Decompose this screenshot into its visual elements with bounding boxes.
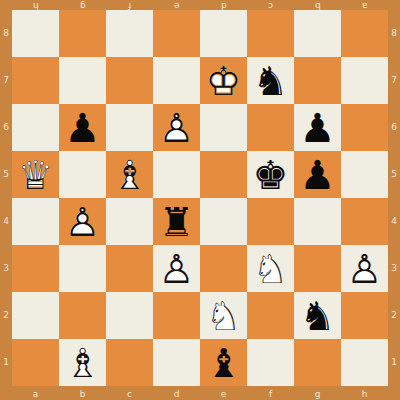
rotated-file-letter: e — [174, 1, 180, 10]
square-b5[interactable] — [59, 151, 106, 198]
square-f5[interactable]: ♚ — [247, 151, 294, 198]
square-c2[interactable] — [106, 292, 153, 339]
square-a6[interactable] — [12, 104, 59, 151]
black-piece-glyph: ♜ — [153, 198, 200, 245]
left-rank-label-2: 2 — [0, 292, 12, 339]
square-e2[interactable]: ♞♘ — [200, 292, 247, 339]
square-e5[interactable] — [200, 151, 247, 198]
square-c4[interactable] — [106, 198, 153, 245]
square-h6[interactable] — [341, 104, 388, 151]
square-d3[interactable]: ♟♙ — [153, 245, 200, 292]
square-f6[interactable] — [247, 104, 294, 151]
white-piece-outline-glyph: ♙ — [153, 104, 200, 151]
white-bishop[interactable]: ♝♗ — [106, 151, 153, 198]
black-piece-glyph: ♞ — [247, 57, 294, 104]
square-f2[interactable] — [247, 292, 294, 339]
black-piece-glyph: ♚ — [247, 151, 294, 198]
square-f7[interactable]: ♞ — [247, 57, 294, 104]
right-rank-label-8: 8 — [388, 10, 400, 57]
square-b4[interactable]: ♟♙ — [59, 198, 106, 245]
bottom-file-label-g: g — [294, 388, 341, 400]
square-b8[interactable] — [59, 10, 106, 57]
black-piece-glyph: ♟ — [59, 104, 106, 151]
square-f4[interactable] — [247, 198, 294, 245]
chess-board-frame: ♚♔♞♟♟♙♟♛♕♝♗♚♟♟♙♜♟♙♞♘♟♙♞♘♞♝♗♝ hagbfceddec… — [0, 0, 400, 400]
left-rank-label-1: 1 — [0, 339, 12, 386]
black-knight[interactable]: ♞ — [294, 292, 341, 339]
square-c5[interactable]: ♝♗ — [106, 151, 153, 198]
rotated-file-letter: d — [221, 1, 227, 10]
square-b6[interactable]: ♟ — [59, 104, 106, 151]
left-rank-label-6: 6 — [0, 104, 12, 151]
square-a7[interactable] — [12, 57, 59, 104]
square-d2[interactable] — [153, 292, 200, 339]
square-c1[interactable] — [106, 339, 153, 386]
square-h7[interactable] — [341, 57, 388, 104]
black-piece-glyph: ♟ — [294, 104, 341, 151]
white-piece-outline-glyph: ♔ — [200, 57, 247, 104]
left-rank-label-7: 7 — [0, 57, 12, 104]
square-g1[interactable] — [294, 339, 341, 386]
square-g5[interactable]: ♟ — [294, 151, 341, 198]
right-rank-label-1: 1 — [388, 339, 400, 386]
rotated-file-letter: a — [362, 1, 368, 10]
right-rank-label-7: 7 — [388, 57, 400, 104]
white-pawn[interactable]: ♟♙ — [153, 104, 200, 151]
square-c8[interactable] — [106, 10, 153, 57]
white-piece-outline-glyph: ♕ — [12, 151, 59, 198]
square-a4[interactable] — [12, 198, 59, 245]
bottom-file-label-f: f — [247, 388, 294, 400]
white-piece-outline-glyph: ♙ — [59, 198, 106, 245]
left-rank-label-5: 5 — [0, 151, 12, 198]
rotated-file-letter: g — [80, 1, 86, 10]
white-piece-outline-glyph: ♗ — [59, 339, 106, 386]
top-file-label-a: a — [341, 0, 388, 10]
square-b3[interactable] — [59, 245, 106, 292]
black-piece-glyph: ♝ — [200, 339, 247, 386]
square-e8[interactable] — [200, 10, 247, 57]
rotated-file-letter: c — [268, 1, 273, 10]
square-c7[interactable] — [106, 57, 153, 104]
square-b2[interactable] — [59, 292, 106, 339]
top-file-label-d: d — [200, 0, 247, 10]
black-pawn[interactable]: ♟ — [294, 104, 341, 151]
white-queen[interactable]: ♛♕ — [12, 151, 59, 198]
white-pawn[interactable]: ♟♙ — [341, 245, 388, 292]
square-f8[interactable] — [247, 10, 294, 57]
white-piece-outline-glyph: ♘ — [247, 245, 294, 292]
top-file-label-e: e — [153, 0, 200, 10]
rotated-file-letter: b — [315, 1, 321, 10]
white-piece-outline-glyph: ♗ — [106, 151, 153, 198]
bottom-file-label-a: a — [12, 388, 59, 400]
square-b1[interactable]: ♝♗ — [59, 339, 106, 386]
square-a1[interactable] — [12, 339, 59, 386]
black-bishop[interactable]: ♝ — [200, 339, 247, 386]
bottom-file-label-c: c — [106, 388, 153, 400]
bottom-file-label-d: d — [153, 388, 200, 400]
white-piece-outline-glyph: ♙ — [153, 245, 200, 292]
white-king[interactable]: ♚♔ — [200, 57, 247, 104]
square-d5[interactable] — [153, 151, 200, 198]
left-rank-label-4: 4 — [0, 198, 12, 245]
square-f1[interactable] — [247, 339, 294, 386]
square-e4[interactable] — [200, 198, 247, 245]
black-pawn[interactable]: ♟ — [59, 104, 106, 151]
square-h5[interactable] — [341, 151, 388, 198]
square-g6[interactable]: ♟ — [294, 104, 341, 151]
white-piece-outline-glyph: ♙ — [341, 245, 388, 292]
top-file-label-g: g — [59, 0, 106, 10]
square-g7[interactable] — [294, 57, 341, 104]
square-d8[interactable] — [153, 10, 200, 57]
white-knight[interactable]: ♞♘ — [200, 292, 247, 339]
right-rank-label-6: 6 — [388, 104, 400, 151]
square-e3[interactable] — [200, 245, 247, 292]
square-f3[interactable]: ♞♘ — [247, 245, 294, 292]
top-file-label-b: b — [294, 0, 341, 10]
right-rank-label-2: 2 — [388, 292, 400, 339]
square-h2[interactable] — [341, 292, 388, 339]
square-g4[interactable] — [294, 198, 341, 245]
square-h4[interactable] — [341, 198, 388, 245]
bottom-file-label-h: h — [341, 388, 388, 400]
square-e1[interactable]: ♝ — [200, 339, 247, 386]
bottom-file-label-b: b — [59, 388, 106, 400]
chess-board[interactable]: ♚♔♞♟♟♙♟♛♕♝♗♚♟♟♙♜♟♙♞♘♟♙♞♘♞♝♗♝ — [12, 10, 388, 386]
rotated-file-letter: h — [33, 1, 39, 10]
square-g2[interactable]: ♞ — [294, 292, 341, 339]
bottom-file-label-e: e — [200, 388, 247, 400]
square-d6[interactable]: ♟♙ — [153, 104, 200, 151]
black-piece-glyph: ♟ — [294, 151, 341, 198]
left-rank-label-8: 8 — [0, 10, 12, 57]
right-rank-label-4: 4 — [388, 198, 400, 245]
black-pawn[interactable]: ♟ — [294, 151, 341, 198]
square-e6[interactable] — [200, 104, 247, 151]
square-h3[interactable]: ♟♙ — [341, 245, 388, 292]
square-h1[interactable] — [341, 339, 388, 386]
white-bishop[interactable]: ♝♗ — [59, 339, 106, 386]
white-piece-outline-glyph: ♘ — [200, 292, 247, 339]
square-g8[interactable] — [294, 10, 341, 57]
square-a2[interactable] — [12, 292, 59, 339]
square-b7[interactable] — [59, 57, 106, 104]
black-king[interactable]: ♚ — [247, 151, 294, 198]
black-piece-glyph: ♞ — [294, 292, 341, 339]
rotated-file-letter: f — [128, 1, 131, 10]
square-c3[interactable] — [106, 245, 153, 292]
right-rank-label-5: 5 — [388, 151, 400, 198]
square-e7[interactable]: ♚♔ — [200, 57, 247, 104]
square-c6[interactable] — [106, 104, 153, 151]
white-pawn[interactable]: ♟♙ — [59, 198, 106, 245]
square-h8[interactable] — [341, 10, 388, 57]
square-g3[interactable] — [294, 245, 341, 292]
square-a3[interactable] — [12, 245, 59, 292]
square-a5[interactable]: ♛♕ — [12, 151, 59, 198]
black-knight[interactable]: ♞ — [247, 57, 294, 104]
left-rank-label-3: 3 — [0, 245, 12, 292]
square-d7[interactable] — [153, 57, 200, 104]
top-file-label-c: c — [247, 0, 294, 10]
square-d1[interactable] — [153, 339, 200, 386]
square-a8[interactable] — [12, 10, 59, 57]
white-knight[interactable]: ♞♘ — [247, 245, 294, 292]
top-file-label-f: f — [106, 0, 153, 10]
black-rook[interactable]: ♜ — [153, 198, 200, 245]
right-rank-label-3: 3 — [388, 245, 400, 292]
top-file-label-h: h — [12, 0, 59, 10]
square-d4[interactable]: ♜ — [153, 198, 200, 245]
white-pawn[interactable]: ♟♙ — [153, 245, 200, 292]
